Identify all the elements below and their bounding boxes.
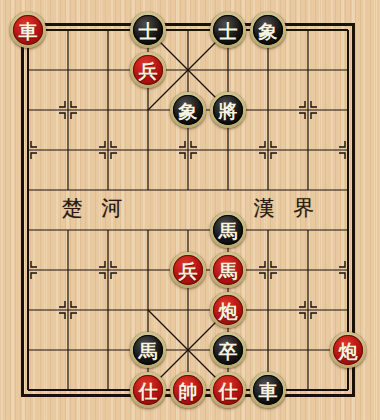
piece-red-cannon[interactable]: 炮: [210, 292, 246, 328]
black-piece-face: 將: [213, 95, 243, 125]
black-piece-face: 馬: [213, 215, 243, 245]
piece-black-advisor[interactable]: 士: [130, 12, 166, 48]
piece-glyph: 象: [179, 101, 198, 120]
piece-red-cannon[interactable]: 炮: [330, 332, 366, 368]
black-piece-face: 士: [213, 15, 243, 45]
piece-glyph: 車: [259, 381, 278, 400]
piece-red-soldier[interactable]: 兵: [170, 252, 206, 288]
piece-glyph: 士: [139, 21, 158, 40]
piece-glyph: 仕: [219, 381, 238, 400]
red-piece-face: 帥: [173, 375, 203, 405]
piece-glyph: 炮: [219, 301, 238, 320]
red-piece-face: 炮: [333, 335, 363, 365]
black-piece-face: 象: [173, 95, 203, 125]
piece-glyph: 將: [219, 101, 238, 120]
red-piece-face: 仕: [213, 375, 243, 405]
piece-glyph: 卒: [219, 341, 238, 360]
red-piece-face: 車: [13, 15, 43, 45]
piece-glyph: 馬: [219, 221, 238, 240]
black-piece-face: 卒: [213, 335, 243, 365]
piece-glyph: 兵: [139, 61, 158, 80]
piece-glyph: 帥: [179, 381, 198, 400]
red-piece-face: 兵: [133, 55, 163, 85]
piece-black-horse[interactable]: 馬: [210, 212, 246, 248]
black-piece-face: 車: [253, 375, 283, 405]
piece-glyph: 炮: [339, 341, 358, 360]
piece-glyph: 馬: [219, 261, 238, 280]
piece-glyph: 士: [219, 21, 238, 40]
red-piece-face: 馬: [213, 255, 243, 285]
piece-glyph: 兵: [179, 261, 198, 280]
piece-black-horse[interactable]: 馬: [130, 332, 166, 368]
piece-glyph: 象: [259, 21, 278, 40]
piece-black-chariot[interactable]: 車: [250, 372, 286, 408]
piece-red-advisor[interactable]: 仕: [130, 372, 166, 408]
piece-red-soldier[interactable]: 兵: [130, 52, 166, 88]
piece-red-advisor[interactable]: 仕: [210, 372, 246, 408]
piece-red-chariot[interactable]: 車: [10, 12, 46, 48]
piece-black-elephant[interactable]: 象: [250, 12, 286, 48]
xiangqi-board[interactable]: 楚 河 漢 界 車士士象兵象將馬兵馬炮馬卒炮仕帥仕車: [0, 0, 380, 420]
red-piece-face: 炮: [213, 295, 243, 325]
piece-glyph: 仕: [139, 381, 158, 400]
piece-black-elephant[interactable]: 象: [170, 92, 206, 128]
black-piece-face: 馬: [133, 335, 163, 365]
piece-black-general[interactable]: 將: [210, 92, 246, 128]
black-piece-face: 士: [133, 15, 163, 45]
piece-red-horse[interactable]: 馬: [210, 252, 246, 288]
piece-red-general[interactable]: 帥: [170, 372, 206, 408]
piece-black-advisor[interactable]: 士: [210, 12, 246, 48]
piece-glyph: 車: [19, 21, 38, 40]
river-label-chu-he: 楚 河: [30, 195, 160, 221]
piece-glyph: 馬: [139, 341, 158, 360]
river-label-han-jie: 漢 界: [222, 195, 352, 221]
red-piece-face: 兵: [173, 255, 203, 285]
red-piece-face: 仕: [133, 375, 163, 405]
piece-black-soldier[interactable]: 卒: [210, 332, 246, 368]
black-piece-face: 象: [253, 15, 283, 45]
